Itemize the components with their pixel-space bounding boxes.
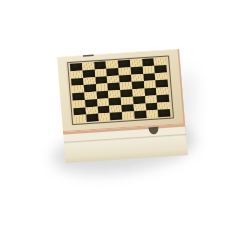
board-square [98, 113, 111, 121]
finger-notch [148, 127, 158, 135]
board-square [74, 115, 87, 123]
product-photo-scene [0, 0, 230, 230]
board-square [146, 110, 159, 118]
board-square [158, 109, 171, 117]
checkerboard [70, 57, 171, 122]
board-sheet [66, 55, 175, 126]
back-edge-slot [83, 55, 94, 57]
board-square [134, 111, 147, 119]
board-square [86, 114, 99, 122]
board-square [110, 112, 123, 120]
box-lid [57, 49, 185, 132]
board-square [122, 111, 135, 119]
